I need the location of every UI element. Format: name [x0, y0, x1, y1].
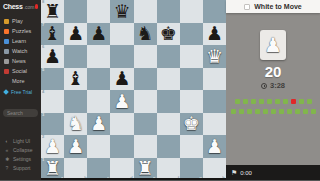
square-e2[interactable]	[134, 135, 157, 158]
square-h4[interactable]	[203, 90, 226, 113]
square-f5[interactable]	[157, 68, 180, 91]
result-correct-dot	[235, 99, 240, 104]
sidebar-item-label: Puzzles	[12, 28, 31, 34]
square-h2[interactable]: ♟	[203, 135, 226, 158]
sidebar-item-label: Social	[12, 68, 27, 74]
sidebar-item-label: More	[12, 78, 25, 84]
square-b1[interactable]: b	[64, 158, 87, 181]
result-correct-dot	[231, 109, 236, 114]
square-d5[interactable]: ♟	[110, 68, 133, 91]
sidebar-footer-light-ui[interactable]: ◐Light UI	[0, 136, 41, 145]
watch-icon	[4, 49, 9, 54]
result-correct-dot	[299, 99, 304, 104]
black-pawn[interactable]: ♟	[206, 24, 223, 43]
white-rook[interactable]: ♜	[137, 159, 154, 178]
square-a5[interactable]: 5	[41, 68, 64, 91]
square-c2[interactable]	[87, 135, 110, 158]
white-rook[interactable]: ♜	[44, 159, 61, 178]
result-correct-dot	[303, 109, 308, 114]
result-correct-dot	[287, 109, 292, 114]
square-c1[interactable]: c	[87, 158, 110, 181]
white-pawn[interactable]: ♟	[67, 137, 84, 156]
result-correct-dot	[255, 109, 260, 114]
result-wrong-dot	[291, 99, 296, 104]
chess-com-logo[interactable]: Chess.com	[0, 0, 41, 12]
result-correct-dot	[263, 109, 268, 114]
sidebar-footer-label: Settings	[13, 156, 31, 162]
result-correct-dot	[267, 99, 272, 104]
square-h5[interactable]	[203, 68, 226, 91]
sidebar-item-news[interactable]: News	[0, 56, 41, 66]
news-icon	[4, 59, 9, 64]
panel-footer: ⚑ 0:00	[226, 165, 320, 180]
square-d3[interactable]	[110, 113, 133, 136]
result-correct-dot	[275, 99, 280, 104]
search-input[interactable]	[3, 109, 38, 117]
square-f2[interactable]	[157, 135, 180, 158]
square-h6[interactable]: ♛	[203, 45, 226, 68]
white-pawn[interactable]: ♟	[206, 137, 223, 156]
result-correct-dot	[243, 99, 248, 104]
score-value: 20	[226, 63, 320, 80]
white-pawn-icon: ♟	[264, 35, 282, 55]
white-pawn[interactable]: ♟	[90, 114, 107, 133]
square-d8[interactable]: ♛	[110, 0, 133, 23]
black-pawn[interactable]: ♟	[90, 24, 107, 43]
black-rook[interactable]: ♜	[44, 2, 61, 21]
square-g7[interactable]	[180, 23, 203, 46]
square-g4[interactable]	[180, 90, 203, 113]
square-c4[interactable]	[87, 90, 110, 113]
sidebar-item-social[interactable]: Social	[0, 66, 41, 76]
turn-label: White to Move	[254, 3, 301, 10]
square-a7[interactable]: 7♝	[41, 23, 64, 46]
puzzle-rush-screen: Chess.com PlayPuzzlesLearnWatchNewsSocia…	[0, 0, 320, 180]
square-h7[interactable]: ♟	[203, 23, 226, 46]
square-d7[interactable]	[110, 23, 133, 46]
puzzles-icon	[4, 29, 9, 34]
black-bishop[interactable]: ♝	[44, 24, 61, 43]
square-b7[interactable]: ♟	[64, 23, 87, 46]
sidebar-item-free-trial[interactable]: Free Trial	[0, 86, 41, 98]
square-a2[interactable]: 2♟	[41, 135, 64, 158]
light-ui-icon: ◐	[4, 138, 10, 144]
settings-icon: ✱	[4, 156, 10, 162]
square-g1[interactable]: g	[180, 158, 203, 181]
square-c7[interactable]: ♟	[87, 23, 110, 46]
sidebar: Chess.com PlayPuzzlesLearnWatchNewsSocia…	[0, 0, 41, 180]
sidebar-footer-settings[interactable]: ✱Settings	[0, 154, 41, 163]
square-d6[interactable]	[110, 45, 133, 68]
white-side-icon	[244, 4, 250, 10]
square-c8[interactable]	[87, 0, 110, 23]
chess-board: 8♜♛7♝♟♟♞♚♟6♟♛5♝♟4♟3♞♟♚2♟♟♟1a♜bcde♜fgh	[41, 0, 226, 180]
white-pawn[interactable]: ♟	[44, 137, 61, 156]
square-e7[interactable]: ♞	[134, 23, 157, 46]
rank-label: 6	[42, 45, 44, 49]
white-queen[interactable]: ♛	[206, 47, 223, 66]
square-c3[interactable]: ♟	[87, 113, 110, 136]
black-queen[interactable]: ♛	[113, 2, 130, 21]
result-correct-dot	[239, 109, 244, 114]
collapse-icon: «	[4, 147, 10, 153]
sidebar-item-puzzles[interactable]: Puzzles	[0, 26, 41, 36]
sidebar-item-label: Watch	[12, 48, 27, 54]
timer: 3:28	[226, 81, 320, 90]
square-b8[interactable]	[64, 0, 87, 23]
square-e6[interactable]	[134, 45, 157, 68]
puzzle-rush-pawn-card: ♟	[260, 30, 286, 60]
footer-time: 0:00	[240, 170, 252, 176]
rank-label: 4	[42, 90, 44, 94]
result-correct-dot	[311, 109, 316, 114]
puzzle-rush-panel: White to Move ♟ 20 3:28 ⚑ 0:00	[226, 0, 320, 180]
free-trial-label: Free Trial	[11, 89, 32, 95]
support-icon: ?	[4, 165, 10, 171]
sidebar-footer-support[interactable]: ?Support	[0, 163, 41, 172]
square-h8[interactable]	[203, 0, 226, 23]
square-f1[interactable]: f	[157, 158, 180, 181]
square-d2[interactable]	[110, 135, 133, 158]
square-b4[interactable]	[64, 90, 87, 113]
white-pawn[interactable]: ♟	[113, 92, 130, 111]
clock-icon	[261, 83, 267, 89]
square-f3[interactable]	[157, 113, 180, 136]
sidebar-footer-label: Light UI	[13, 138, 30, 144]
result-correct-dot	[279, 109, 284, 114]
square-b5[interactable]: ♝	[64, 68, 87, 91]
timer-value: 3:28	[270, 81, 285, 90]
sidebar-footer-label: Support	[13, 165, 31, 171]
black-pawn[interactable]: ♟	[113, 69, 130, 88]
square-a4[interactable]: 4	[41, 90, 64, 113]
logo-text: Chess	[3, 3, 23, 10]
rank-label: 8	[42, 0, 44, 4]
sidebar-footer-collapse[interactable]: «Collapse	[0, 145, 41, 154]
sidebar-item-label: News	[12, 58, 26, 64]
square-a8[interactable]: 8♜	[41, 0, 64, 23]
rank-label: 3	[42, 113, 44, 117]
square-c5[interactable]	[87, 68, 110, 91]
square-f7[interactable]: ♚	[157, 23, 180, 46]
square-c6[interactable]	[87, 45, 110, 68]
social-icon	[4, 69, 9, 74]
square-a1[interactable]: 1a♜	[41, 158, 64, 181]
sidebar-item-watch[interactable]: Watch	[0, 46, 41, 56]
square-g6[interactable]	[180, 45, 203, 68]
black-bishop[interactable]: ♝	[67, 69, 84, 88]
square-g2[interactable]	[180, 135, 203, 158]
results-grid	[226, 99, 320, 114]
black-king[interactable]: ♚	[160, 24, 177, 43]
square-h1[interactable]: h	[203, 158, 226, 181]
logo-suffix: .com	[24, 4, 35, 10]
square-b6[interactable]	[64, 45, 87, 68]
flag-icon[interactable]: ⚑	[231, 169, 237, 176]
result-correct-dot	[251, 99, 256, 104]
square-e8[interactable]	[134, 0, 157, 23]
sidebar-item-label: Play	[12, 18, 23, 24]
sidebar-item-label: Learn	[12, 38, 26, 44]
result-correct-dot	[307, 99, 312, 104]
black-pawn[interactable]: ♟	[67, 24, 84, 43]
sidebar-footer: ◐Light UI«Collapse✱Settings?Support	[0, 136, 41, 172]
turn-indicator: White to Move	[226, 0, 320, 13]
square-g3[interactable]: ♚	[180, 113, 203, 136]
square-a6[interactable]: 6♟	[41, 45, 64, 68]
diamond-icon	[3, 89, 9, 95]
black-knight[interactable]: ♞	[137, 24, 154, 43]
square-f8[interactable]	[157, 0, 180, 23]
play-icon	[4, 19, 9, 24]
notification-badge	[35, 4, 38, 9]
sidebar-footer-label: Collapse	[13, 147, 32, 153]
results-row-2	[226, 109, 320, 114]
rank-label: 2	[42, 135, 44, 139]
learn-icon	[4, 39, 9, 44]
result-correct-dot	[283, 99, 288, 104]
square-e4[interactable]	[134, 90, 157, 113]
result-correct-dot	[247, 109, 252, 114]
square-h3[interactable]	[203, 113, 226, 136]
square-b3[interactable]: ♞	[64, 113, 87, 136]
rank-label: 7	[42, 23, 44, 27]
square-e1[interactable]: e♜	[134, 158, 157, 181]
result-correct-dot	[295, 109, 300, 114]
sidebar-item-play[interactable]: Play	[0, 16, 41, 26]
rank-label: 5	[42, 68, 44, 72]
square-f4[interactable]	[157, 90, 180, 113]
rank-label: 1	[42, 158, 44, 162]
sidebar-item-more[interactable]: More	[0, 76, 41, 86]
square-e3[interactable]	[134, 113, 157, 136]
square-g5[interactable]	[180, 68, 203, 91]
black-pawn[interactable]: ♟	[44, 47, 61, 66]
sidebar-menu: PlayPuzzlesLearnWatchNewsSocialMore	[0, 16, 41, 86]
square-g8[interactable]	[180, 0, 203, 23]
sidebar-item-learn[interactable]: Learn	[0, 36, 41, 46]
result-correct-dot	[271, 109, 276, 114]
white-knight[interactable]: ♞	[67, 114, 84, 133]
result-correct-dot	[259, 99, 264, 104]
square-a3[interactable]: 3	[41, 113, 64, 136]
square-d1[interactable]: d	[110, 158, 133, 181]
square-b2[interactable]: ♟	[64, 135, 87, 158]
results-row-1	[226, 99, 320, 104]
square-e5[interactable]	[134, 68, 157, 91]
square-f6[interactable]	[157, 45, 180, 68]
square-d4[interactable]: ♟	[110, 90, 133, 113]
white-king[interactable]: ♚	[183, 114, 200, 133]
